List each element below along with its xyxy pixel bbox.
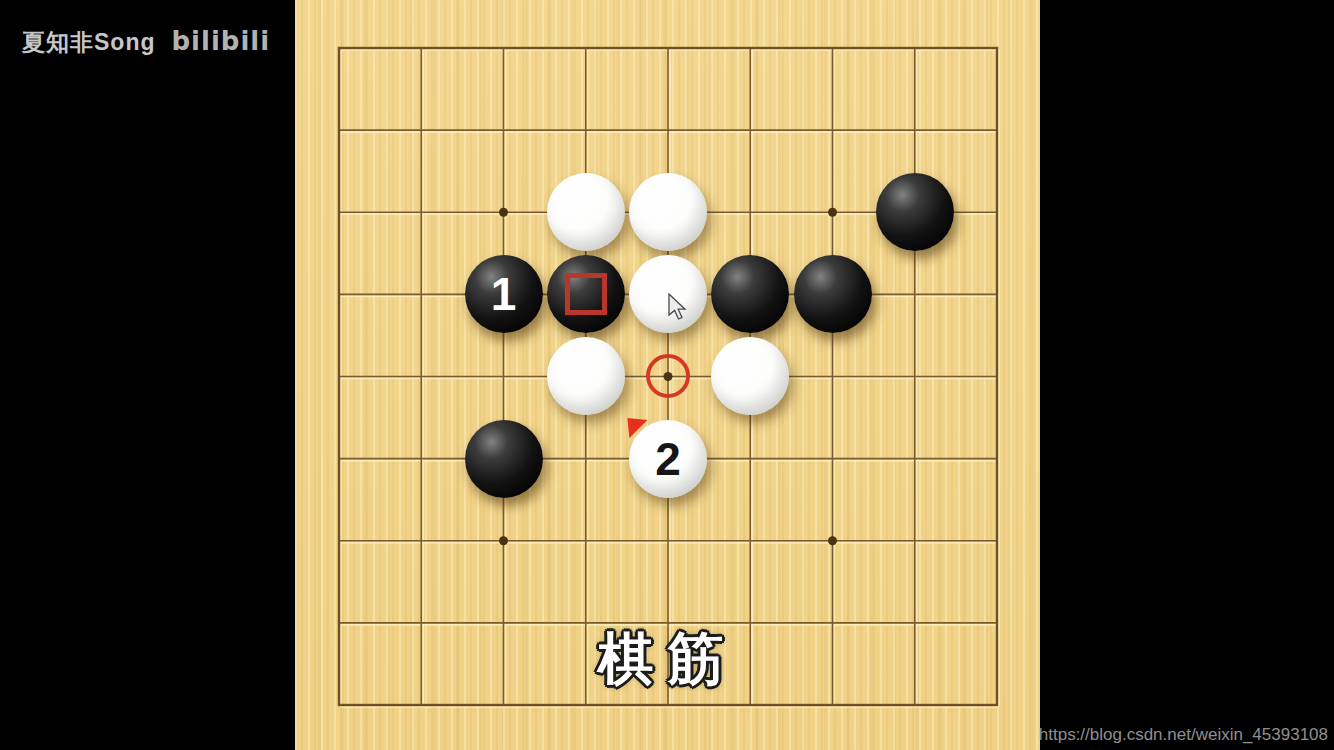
- board-point[interactable]: [709, 253, 791, 335]
- board-point[interactable]: [462, 89, 544, 171]
- board-point[interactable]: [298, 171, 380, 253]
- board-point[interactable]: [956, 418, 1038, 500]
- board-point[interactable]: [627, 500, 709, 582]
- board-point[interactable]: [545, 253, 627, 335]
- board-point[interactable]: [791, 335, 873, 417]
- white-stone[interactable]: [547, 337, 625, 415]
- board-point[interactable]: [956, 335, 1038, 417]
- board-point[interactable]: [545, 7, 627, 89]
- board-point[interactable]: [380, 89, 462, 171]
- caption-qijin: 棋筋: [598, 622, 738, 698]
- board-point[interactable]: [709, 7, 791, 89]
- board-point[interactable]: [874, 171, 956, 253]
- board-point[interactable]: [956, 171, 1038, 253]
- board-point[interactable]: [545, 335, 627, 417]
- board-point[interactable]: [545, 418, 627, 500]
- board-point[interactable]: [874, 418, 956, 500]
- board-point[interactable]: [874, 582, 956, 664]
- move-number-label: 1: [491, 271, 517, 317]
- board-point[interactable]: [627, 89, 709, 171]
- board-point[interactable]: [462, 664, 544, 746]
- board-point[interactable]: [791, 500, 873, 582]
- black-stone[interactable]: [711, 255, 789, 333]
- board-point[interactable]: [709, 171, 791, 253]
- black-stone[interactable]: [547, 255, 625, 333]
- board-point[interactable]: [380, 335, 462, 417]
- board-point[interactable]: [791, 418, 873, 500]
- board-point[interactable]: [298, 418, 380, 500]
- board-point[interactable]: [956, 7, 1038, 89]
- board-point[interactable]: [791, 171, 873, 253]
- board-point[interactable]: [956, 89, 1038, 171]
- board-point[interactable]: [874, 664, 956, 746]
- move-number-label: 2: [655, 436, 681, 482]
- board-point[interactable]: [709, 418, 791, 500]
- board-point[interactable]: 1: [462, 253, 544, 335]
- board-point[interactable]: [956, 253, 1038, 335]
- board-point[interactable]: [545, 89, 627, 171]
- board-point[interactable]: [298, 664, 380, 746]
- video-frame: 夏知非Song bilibili 12 棋筋 https://blog.csdn…: [0, 0, 1334, 750]
- board-point[interactable]: [627, 335, 709, 417]
- board-point[interactable]: [380, 582, 462, 664]
- right-letterbox: https://blog.csdn.net/weixin_45393108: [1040, 0, 1334, 750]
- square-marker: [565, 273, 607, 315]
- board-point[interactable]: [380, 418, 462, 500]
- channel-name: 夏知非Song: [22, 27, 156, 58]
- white-stone[interactable]: [711, 337, 789, 415]
- board-point[interactable]: [298, 7, 380, 89]
- board-point[interactable]: 2: [627, 418, 709, 500]
- board-point[interactable]: [627, 7, 709, 89]
- board-point[interactable]: [791, 664, 873, 746]
- board-point[interactable]: [462, 171, 544, 253]
- board-point[interactable]: [462, 500, 544, 582]
- board-point[interactable]: [380, 171, 462, 253]
- board-point[interactable]: [709, 89, 791, 171]
- board-point[interactable]: [298, 253, 380, 335]
- go-board[interactable]: 12 棋筋: [295, 0, 1040, 750]
- board-point[interactable]: [298, 500, 380, 582]
- board-point[interactable]: [545, 171, 627, 253]
- board-point[interactable]: [874, 253, 956, 335]
- board-point[interactable]: [380, 664, 462, 746]
- board-point[interactable]: [874, 89, 956, 171]
- board-point[interactable]: [462, 582, 544, 664]
- board-point[interactable]: [874, 500, 956, 582]
- board-point[interactable]: [956, 582, 1038, 664]
- board-point[interactable]: [380, 7, 462, 89]
- white-stone[interactable]: [629, 173, 707, 251]
- board-point[interactable]: [462, 418, 544, 500]
- black-stone[interactable]: [794, 255, 872, 333]
- board-point[interactable]: [545, 500, 627, 582]
- board-point[interactable]: [462, 335, 544, 417]
- watermark-url: https://blog.csdn.net/weixin_45393108: [1039, 725, 1328, 745]
- white-stone[interactable]: [547, 173, 625, 251]
- left-letterbox: 夏知非Song bilibili: [0, 0, 295, 750]
- board-point[interactable]: [791, 253, 873, 335]
- board-point[interactable]: [709, 500, 791, 582]
- black-stone[interactable]: 1: [465, 255, 543, 333]
- board-point[interactable]: [298, 335, 380, 417]
- circle-marker: [646, 354, 690, 398]
- black-stone[interactable]: [876, 173, 954, 251]
- board-point[interactable]: [709, 335, 791, 417]
- board-point[interactable]: [791, 7, 873, 89]
- board-point[interactable]: [462, 7, 544, 89]
- board-point[interactable]: [298, 89, 380, 171]
- board-point[interactable]: [956, 500, 1038, 582]
- white-stone[interactable]: 2: [629, 420, 707, 498]
- board-point[interactable]: [791, 89, 873, 171]
- board-point[interactable]: [874, 335, 956, 417]
- mouse-cursor-icon: [667, 293, 689, 323]
- black-stone[interactable]: [465, 420, 543, 498]
- board-point[interactable]: [380, 253, 462, 335]
- logo-row: 夏知非Song bilibili: [22, 26, 270, 58]
- board-point[interactable]: [380, 500, 462, 582]
- board-point[interactable]: [298, 582, 380, 664]
- board-point[interactable]: [627, 171, 709, 253]
- bilibili-logo: bilibili: [172, 26, 271, 56]
- board-point[interactable]: [791, 582, 873, 664]
- board-point[interactable]: [874, 7, 956, 89]
- board-point[interactable]: [956, 664, 1038, 746]
